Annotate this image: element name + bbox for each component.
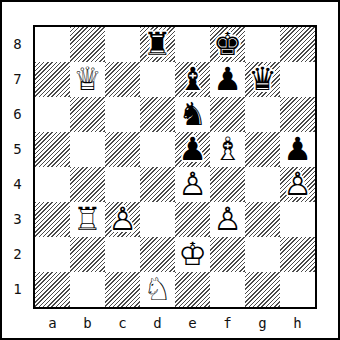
square-e5[interactable]: ♟ bbox=[175, 132, 210, 167]
white-king-e2[interactable]: ♚♔ bbox=[175, 237, 210, 272]
rank-label-7: 7 bbox=[2, 62, 33, 97]
square-a1[interactable] bbox=[35, 272, 70, 307]
square-f3[interactable]: ♟♙ bbox=[210, 202, 245, 237]
square-b3[interactable]: ♜♖ bbox=[70, 202, 105, 237]
black-queen-g7[interactable]: ♛ bbox=[245, 62, 280, 97]
white-pawn-f3[interactable]: ♟♙ bbox=[210, 202, 245, 237]
black-pawn-glyph: ♟ bbox=[210, 62, 245, 97]
square-g1[interactable] bbox=[245, 272, 280, 307]
square-b5[interactable] bbox=[70, 132, 105, 167]
square-d4[interactable] bbox=[140, 167, 175, 202]
square-e1[interactable] bbox=[175, 272, 210, 307]
white-king-outline-glyph: ♔ bbox=[175, 237, 210, 272]
white-bishop-f5[interactable]: ♝♗ bbox=[210, 132, 245, 167]
white-knight-outline-glyph: ♘ bbox=[140, 272, 175, 307]
square-c3[interactable]: ♟♙ bbox=[105, 202, 140, 237]
white-pawn-outline-glyph: ♙ bbox=[280, 167, 315, 202]
square-g4[interactable] bbox=[245, 167, 280, 202]
square-f8[interactable]: ♚ bbox=[210, 27, 245, 62]
file-label-a: a bbox=[35, 311, 70, 335]
square-g6[interactable] bbox=[245, 97, 280, 132]
white-rook-b3[interactable]: ♜♖ bbox=[70, 202, 105, 237]
file-labels: abcdefgh bbox=[35, 311, 315, 335]
white-bishop-outline-glyph: ♗ bbox=[210, 132, 245, 167]
square-a3[interactable] bbox=[35, 202, 70, 237]
square-h8[interactable] bbox=[280, 27, 315, 62]
rank-label-3: 3 bbox=[2, 202, 33, 237]
rank-label-8: 8 bbox=[2, 27, 33, 62]
square-f4[interactable] bbox=[210, 167, 245, 202]
square-c2[interactable] bbox=[105, 237, 140, 272]
black-king-f8[interactable]: ♚ bbox=[210, 27, 245, 62]
black-rook-d8[interactable]: ♜ bbox=[140, 27, 175, 62]
square-b2[interactable] bbox=[70, 237, 105, 272]
square-h4[interactable]: ♟♙ bbox=[280, 167, 315, 202]
square-a6[interactable] bbox=[35, 97, 70, 132]
black-pawn-f7[interactable]: ♟ bbox=[210, 62, 245, 97]
square-c7[interactable] bbox=[105, 62, 140, 97]
square-g2[interactable] bbox=[245, 237, 280, 272]
file-label-c: c bbox=[105, 311, 140, 335]
black-bishop-glyph: ♝ bbox=[175, 62, 210, 97]
square-b4[interactable] bbox=[70, 167, 105, 202]
square-h2[interactable] bbox=[280, 237, 315, 272]
chess-board: ♜♚♛♕♝♟♛♞♟♝♗♟♟♙♟♙♜♖♟♙♟♙♚♔♞♘ bbox=[33, 25, 317, 309]
white-pawn-outline-glyph: ♙ bbox=[105, 202, 140, 237]
square-c5[interactable] bbox=[105, 132, 140, 167]
square-e4[interactable]: ♟♙ bbox=[175, 167, 210, 202]
square-e7[interactable]: ♝ bbox=[175, 62, 210, 97]
square-g3[interactable] bbox=[245, 202, 280, 237]
chess-diagram: 87654321 ♜♚♛♕♝♟♛♞♟♝♗♟♟♙♟♙♜♖♟♙♟♙♚♔♞♘ abcd… bbox=[0, 0, 340, 340]
square-e3[interactable] bbox=[175, 202, 210, 237]
square-c8[interactable] bbox=[105, 27, 140, 62]
file-label-g: g bbox=[245, 311, 280, 335]
black-knight-e6[interactable]: ♞ bbox=[175, 97, 210, 132]
square-a2[interactable] bbox=[35, 237, 70, 272]
square-f5[interactable]: ♝♗ bbox=[210, 132, 245, 167]
black-king-glyph: ♚ bbox=[210, 27, 245, 62]
square-h1[interactable] bbox=[280, 272, 315, 307]
square-b7[interactable]: ♛♕ bbox=[70, 62, 105, 97]
rank-label-4: 4 bbox=[2, 167, 33, 202]
black-pawn-h5[interactable]: ♟ bbox=[280, 132, 315, 167]
square-h3[interactable] bbox=[280, 202, 315, 237]
black-pawn-glyph: ♟ bbox=[280, 132, 315, 167]
square-e8[interactable] bbox=[175, 27, 210, 62]
square-a5[interactable] bbox=[35, 132, 70, 167]
rank-label-1: 1 bbox=[2, 272, 33, 307]
white-pawn-e4[interactable]: ♟♙ bbox=[175, 167, 210, 202]
square-d7[interactable] bbox=[140, 62, 175, 97]
square-c4[interactable] bbox=[105, 167, 140, 202]
rank-label-5: 5 bbox=[2, 132, 33, 167]
square-h5[interactable]: ♟ bbox=[280, 132, 315, 167]
square-f2[interactable] bbox=[210, 237, 245, 272]
square-a4[interactable] bbox=[35, 167, 70, 202]
rank-label-6: 6 bbox=[2, 97, 33, 132]
square-d5[interactable] bbox=[140, 132, 175, 167]
black-rook-glyph: ♜ bbox=[140, 27, 175, 62]
square-d8[interactable]: ♜ bbox=[140, 27, 175, 62]
square-g8[interactable] bbox=[245, 27, 280, 62]
file-label-e: e bbox=[175, 311, 210, 335]
square-f1[interactable] bbox=[210, 272, 245, 307]
square-f7[interactable]: ♟ bbox=[210, 62, 245, 97]
square-c1[interactable] bbox=[105, 272, 140, 307]
square-g7[interactable]: ♛ bbox=[245, 62, 280, 97]
square-c6[interactable] bbox=[105, 97, 140, 132]
rank-label-2: 2 bbox=[2, 237, 33, 272]
file-label-f: f bbox=[210, 311, 245, 335]
square-a7[interactable] bbox=[35, 62, 70, 97]
square-h7[interactable] bbox=[280, 62, 315, 97]
square-d6[interactable] bbox=[140, 97, 175, 132]
white-pawn-outline-glyph: ♙ bbox=[175, 167, 210, 202]
white-queen-b7[interactable]: ♛♕ bbox=[70, 62, 105, 97]
square-d3[interactable] bbox=[140, 202, 175, 237]
black-pawn-glyph: ♟ bbox=[175, 132, 210, 167]
white-pawn-h4[interactable]: ♟♙ bbox=[280, 167, 315, 202]
black-pawn-e5[interactable]: ♟ bbox=[175, 132, 210, 167]
square-b8[interactable] bbox=[70, 27, 105, 62]
white-knight-d1[interactable]: ♞♘ bbox=[140, 272, 175, 307]
square-b6[interactable] bbox=[70, 97, 105, 132]
white-queen-outline-glyph: ♕ bbox=[70, 62, 105, 97]
white-rook-outline-glyph: ♖ bbox=[70, 202, 105, 237]
square-f6[interactable] bbox=[210, 97, 245, 132]
rank-labels: 87654321 bbox=[2, 27, 33, 307]
white-pawn-outline-glyph: ♙ bbox=[210, 202, 245, 237]
file-label-h: h bbox=[280, 311, 315, 335]
square-a8[interactable] bbox=[35, 27, 70, 62]
file-label-b: b bbox=[70, 311, 105, 335]
black-queen-glyph: ♛ bbox=[245, 62, 280, 97]
square-g5[interactable] bbox=[245, 132, 280, 167]
black-knight-glyph: ♞ bbox=[175, 97, 210, 132]
square-d1[interactable]: ♞♘ bbox=[140, 272, 175, 307]
file-label-d: d bbox=[140, 311, 175, 335]
white-pawn-c3[interactable]: ♟♙ bbox=[105, 202, 140, 237]
square-e6[interactable]: ♞ bbox=[175, 97, 210, 132]
square-b1[interactable] bbox=[70, 272, 105, 307]
square-d2[interactable] bbox=[140, 237, 175, 272]
square-h6[interactable] bbox=[280, 97, 315, 132]
black-bishop-e7[interactable]: ♝ bbox=[175, 62, 210, 97]
square-e2[interactable]: ♚♔ bbox=[175, 237, 210, 272]
